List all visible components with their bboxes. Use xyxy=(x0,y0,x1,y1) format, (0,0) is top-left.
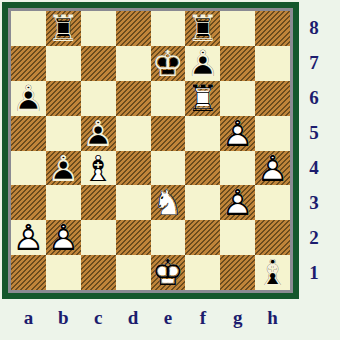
black-rook-piece[interactable]: ♜♖ xyxy=(46,11,81,46)
black-king-piece[interactable]: ♚♔ xyxy=(151,46,186,81)
black-pawn-outline: ♙ xyxy=(81,116,116,151)
square-a3[interactable] xyxy=(11,185,46,220)
square-g5[interactable]: ♟♙ xyxy=(220,116,255,151)
white-pawn-outline: ♙ xyxy=(255,151,290,186)
square-f8[interactable]: ♜♖ xyxy=(185,11,220,46)
square-f2[interactable] xyxy=(185,220,220,255)
black-pawn-piece[interactable]: ♟♙ xyxy=(81,116,116,151)
white-pawn-piece[interactable]: ♟♙ xyxy=(255,151,290,186)
white-pawn-outline: ♙ xyxy=(46,220,81,255)
white-pawn-piece[interactable]: ♟♙ xyxy=(46,220,81,255)
square-e5[interactable] xyxy=(151,116,186,151)
square-b2[interactable]: ♟♙ xyxy=(46,220,81,255)
file-label-a: a xyxy=(11,299,46,337)
square-g7[interactable] xyxy=(220,46,255,81)
square-a7[interactable] xyxy=(11,46,46,81)
rank-labels: 87654321 xyxy=(300,11,328,290)
square-e8[interactable] xyxy=(151,11,186,46)
file-label-f: f xyxy=(185,299,220,337)
square-h4[interactable]: ♟♙ xyxy=(255,151,290,186)
square-a5[interactable] xyxy=(11,116,46,151)
square-h1[interactable]: ♝♗ xyxy=(255,255,290,290)
square-d2[interactable] xyxy=(116,220,151,255)
square-a2[interactable]: ♟♙ xyxy=(11,220,46,255)
rank-label-4: 4 xyxy=(300,151,328,186)
board-inner-border: ♜♖♜♖♚♔♟♙♟♙♜♖♟♙♟♙♟♙♝♗♟♙♞♘♟♙♟♙♟♙♚♔♝♗ xyxy=(8,8,293,293)
square-c4[interactable]: ♝♗ xyxy=(81,151,116,186)
square-a4[interactable] xyxy=(11,151,46,186)
black-bishop-piece[interactable]: ♝♗ xyxy=(255,255,290,290)
black-bishop-outline: ♗ xyxy=(255,255,290,290)
square-h6[interactable] xyxy=(255,81,290,116)
black-pawn-outline: ♙ xyxy=(46,151,81,186)
square-e6[interactable] xyxy=(151,81,186,116)
white-pawn-outline: ♙ xyxy=(220,185,255,220)
square-c8[interactable] xyxy=(81,11,116,46)
black-pawn-outline: ♙ xyxy=(11,81,46,116)
square-c7[interactable] xyxy=(81,46,116,81)
board-frame: ♜♖♜♖♚♔♟♙♟♙♜♖♟♙♟♙♟♙♝♗♟♙♞♘♟♙♟♙♟♙♚♔♝♗ xyxy=(2,2,299,299)
square-f7[interactable]: ♟♙ xyxy=(185,46,220,81)
square-d4[interactable] xyxy=(116,151,151,186)
square-d3[interactable] xyxy=(116,185,151,220)
white-king-outline: ♔ xyxy=(151,255,186,290)
square-b3[interactable] xyxy=(46,185,81,220)
square-b7[interactable] xyxy=(46,46,81,81)
black-rook-piece[interactable]: ♜♖ xyxy=(185,11,220,46)
square-f4[interactable] xyxy=(185,151,220,186)
square-h5[interactable] xyxy=(255,116,290,151)
rank-label-5: 5 xyxy=(300,116,328,151)
square-b1[interactable] xyxy=(46,255,81,290)
square-f5[interactable] xyxy=(185,116,220,151)
file-label-d: d xyxy=(116,299,151,337)
square-a8[interactable] xyxy=(11,11,46,46)
white-pawn-piece[interactable]: ♟♙ xyxy=(220,116,255,151)
white-pawn-outline: ♙ xyxy=(11,220,46,255)
white-rook-piece[interactable]: ♜♖ xyxy=(185,81,220,116)
black-pawn-piece[interactable]: ♟♙ xyxy=(185,46,220,81)
white-king-piece[interactable]: ♚♔ xyxy=(151,255,186,290)
file-label-c: c xyxy=(81,299,116,337)
square-d8[interactable] xyxy=(116,11,151,46)
square-e1[interactable]: ♚♔ xyxy=(151,255,186,290)
square-g4[interactable] xyxy=(220,151,255,186)
square-h3[interactable] xyxy=(255,185,290,220)
white-rook-outline: ♖ xyxy=(185,81,220,116)
square-g6[interactable] xyxy=(220,81,255,116)
rank-label-2: 2 xyxy=(300,220,328,255)
square-g2[interactable] xyxy=(220,220,255,255)
white-pawn-outline: ♙ xyxy=(220,116,255,151)
file-label-b: b xyxy=(46,299,81,337)
square-e2[interactable] xyxy=(151,220,186,255)
chess-board[interactable]: ♜♖♜♖♚♔♟♙♟♙♜♖♟♙♟♙♟♙♝♗♟♙♞♘♟♙♟♙♟♙♚♔♝♗ xyxy=(11,11,290,290)
square-b4[interactable]: ♟♙ xyxy=(46,151,81,186)
square-g8[interactable] xyxy=(220,11,255,46)
square-c1[interactable] xyxy=(81,255,116,290)
file-label-e: e xyxy=(151,299,186,337)
square-d7[interactable] xyxy=(116,46,151,81)
square-d6[interactable] xyxy=(116,81,151,116)
square-c2[interactable] xyxy=(81,220,116,255)
black-rook-outline: ♖ xyxy=(46,11,81,46)
file-label-h: h xyxy=(255,299,290,337)
square-b6[interactable] xyxy=(46,81,81,116)
white-knight-piece[interactable]: ♞♘ xyxy=(151,185,186,220)
square-f3[interactable] xyxy=(185,185,220,220)
white-bishop-outline: ♗ xyxy=(81,151,116,186)
black-king-outline: ♔ xyxy=(151,46,186,81)
square-e7[interactable]: ♚♔ xyxy=(151,46,186,81)
square-d5[interactable] xyxy=(116,116,151,151)
square-h7[interactable] xyxy=(255,46,290,81)
black-pawn-piece[interactable]: ♟♙ xyxy=(46,151,81,186)
black-pawn-outline: ♙ xyxy=(185,46,220,81)
white-pawn-piece[interactable]: ♟♙ xyxy=(220,185,255,220)
square-g1[interactable] xyxy=(220,255,255,290)
white-knight-outline: ♘ xyxy=(151,185,186,220)
square-e4[interactable] xyxy=(151,151,186,186)
square-a6[interactable]: ♟♙ xyxy=(11,81,46,116)
file-labels: abcdefgh xyxy=(11,299,290,337)
square-f1[interactable] xyxy=(185,255,220,290)
square-f6[interactable]: ♜♖ xyxy=(185,81,220,116)
white-bishop-piece[interactable]: ♝♗ xyxy=(81,151,116,186)
rank-label-3: 3 xyxy=(300,185,328,220)
rank-label-7: 7 xyxy=(300,46,328,81)
rank-label-1: 1 xyxy=(300,255,328,290)
square-a1[interactable] xyxy=(11,255,46,290)
square-c3[interactable] xyxy=(81,185,116,220)
square-h2[interactable] xyxy=(255,220,290,255)
square-d1[interactable] xyxy=(116,255,151,290)
white-pawn-piece[interactable]: ♟♙ xyxy=(11,220,46,255)
file-label-g: g xyxy=(220,299,255,337)
square-h8[interactable] xyxy=(255,11,290,46)
square-g3[interactable]: ♟♙ xyxy=(220,185,255,220)
rank-label-8: 8 xyxy=(300,11,328,46)
square-b5[interactable] xyxy=(46,116,81,151)
square-c5[interactable]: ♟♙ xyxy=(81,116,116,151)
square-e3[interactable]: ♞♘ xyxy=(151,185,186,220)
square-c6[interactable] xyxy=(81,81,116,116)
black-rook-outline: ♖ xyxy=(185,11,220,46)
black-pawn-piece[interactable]: ♟♙ xyxy=(11,81,46,116)
rank-label-6: 6 xyxy=(300,81,328,116)
square-b8[interactable]: ♜♖ xyxy=(46,11,81,46)
